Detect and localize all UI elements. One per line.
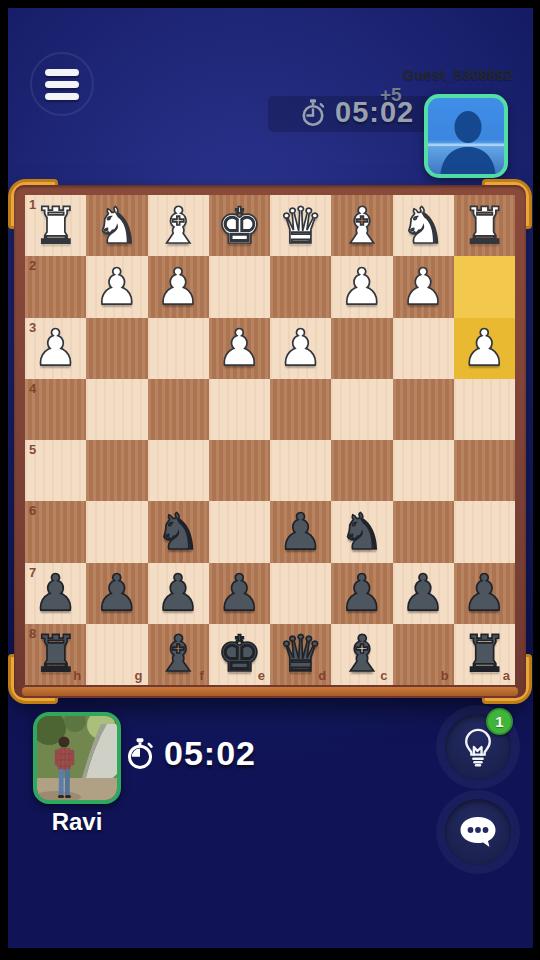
square-f4[interactable] [148, 379, 209, 440]
white-rook-a1: ♜ [454, 195, 515, 256]
white-bishop-f1: ♝ [148, 195, 209, 256]
opponent-name: Guest_5308892 [292, 66, 512, 83]
white-knight-b1: ♞ [393, 195, 454, 256]
square-h8[interactable]: 8h♜ [25, 624, 86, 685]
black-knight-c6: ♞ [331, 501, 392, 562]
square-d2[interactable] [270, 256, 331, 317]
square-h5[interactable]: 5 [25, 440, 86, 501]
square-h3[interactable]: 3♟ [25, 318, 86, 379]
file-label-f: f [199, 668, 203, 683]
person-silhouette-icon [428, 98, 508, 178]
file-label-c: c [380, 668, 387, 683]
rank-label-2: 2 [29, 258, 36, 273]
square-f3[interactable] [148, 318, 209, 379]
square-c7[interactable]: ♟ [331, 563, 392, 624]
file-label-e: e [258, 668, 265, 683]
square-d5[interactable] [270, 440, 331, 501]
square-e6[interactable] [209, 501, 270, 562]
square-b1[interactable]: ♞ [393, 195, 454, 256]
clock-increment: +5 [380, 84, 402, 106]
square-h7[interactable]: 7♟ [25, 563, 86, 624]
white-pawn-c2: ♟ [331, 256, 392, 317]
square-b2[interactable]: ♟ [393, 256, 454, 317]
file-label-b: b [441, 668, 449, 683]
square-d7[interactable] [270, 563, 331, 624]
square-b8[interactable]: b [393, 624, 454, 685]
square-b6[interactable] [393, 501, 454, 562]
game-screen: Guest_5308892 05:02 +5 [8, 8, 533, 948]
white-knight-g1: ♞ [86, 195, 147, 256]
square-e4[interactable] [209, 379, 270, 440]
square-c8[interactable]: c♝ [331, 624, 392, 685]
square-f2[interactable]: ♟ [148, 256, 209, 317]
player-photo [37, 716, 117, 800]
square-e2[interactable] [209, 256, 270, 317]
rank-label-5: 5 [29, 442, 36, 457]
white-king-e1: ♚ [209, 195, 270, 256]
square-e5[interactable] [209, 440, 270, 501]
opponent-clock-time: 05:02 [335, 96, 414, 129]
square-f1[interactable]: ♝ [148, 195, 209, 256]
black-pawn-b7: ♟ [393, 563, 454, 624]
phone-frame: Guest_5308892 05:02 +5 [0, 0, 540, 960]
square-e3[interactable]: ♟ [209, 318, 270, 379]
lightbulb-icon [461, 727, 495, 767]
square-a5[interactable] [454, 440, 515, 501]
square-d6[interactable]: ♟ [270, 501, 331, 562]
square-a6[interactable] [454, 501, 515, 562]
square-c3[interactable] [331, 318, 392, 379]
black-pawn-a7: ♟ [454, 563, 515, 624]
square-a1[interactable]: ♜ [454, 195, 515, 256]
white-pawn-d3: ♟ [270, 318, 331, 379]
rank-label-8: 8 [29, 626, 36, 641]
white-pawn-f2: ♟ [148, 256, 209, 317]
square-b3[interactable] [393, 318, 454, 379]
white-pawn-a3: ♟ [454, 318, 515, 379]
white-pawn-e3: ♟ [209, 318, 270, 379]
file-label-g: g [135, 668, 143, 683]
square-g8[interactable]: g [86, 624, 147, 685]
black-knight-f6: ♞ [148, 501, 209, 562]
square-d3[interactable]: ♟ [270, 318, 331, 379]
file-label-d: d [318, 668, 326, 683]
square-h4[interactable]: 4 [25, 379, 86, 440]
rank-label-1: 1 [29, 197, 36, 212]
chess-board[interactable]: 1♜♞♝♚♛♝♞♜2♟♟♟♟3♟♟♟♟456♞♟♞7♟♟♟♟♟♟♟8h♜gf♝e… [25, 195, 515, 685]
black-pawn-f7: ♟ [148, 563, 209, 624]
square-c5[interactable] [331, 440, 392, 501]
stopwatch-icon [300, 99, 326, 127]
player-avatar[interactable] [33, 712, 121, 804]
black-pawn-c7: ♟ [331, 563, 392, 624]
file-label-a: a [503, 668, 510, 683]
rank-label-7: 7 [29, 565, 36, 580]
square-d8[interactable]: d♛ [270, 624, 331, 685]
square-a2[interactable] [454, 256, 515, 317]
square-c4[interactable] [331, 379, 392, 440]
black-pawn-g7: ♟ [86, 563, 147, 624]
square-g6[interactable] [86, 501, 147, 562]
black-pawn-d6: ♟ [270, 501, 331, 562]
square-g7[interactable]: ♟ [86, 563, 147, 624]
player-clock: 05:02 [125, 734, 256, 773]
square-g3[interactable] [86, 318, 147, 379]
square-f6[interactable]: ♞ [148, 501, 209, 562]
square-g1[interactable]: ♞ [86, 195, 147, 256]
square-h1[interactable]: 1♜ [25, 195, 86, 256]
square-a7[interactable]: ♟ [454, 563, 515, 624]
square-h2[interactable]: 2 [25, 256, 86, 317]
white-queen-d1: ♛ [270, 195, 331, 256]
rank-label-3: 3 [29, 320, 36, 335]
white-bishop-c1: ♝ [331, 195, 392, 256]
square-h6[interactable]: 6 [25, 501, 86, 562]
square-d4[interactable] [270, 379, 331, 440]
white-pawn-b2: ♟ [393, 256, 454, 317]
square-g4[interactable] [86, 379, 147, 440]
square-g5[interactable] [86, 440, 147, 501]
player-name: Ravi [33, 808, 121, 836]
square-f7[interactable]: ♟ [148, 563, 209, 624]
square-f5[interactable] [148, 440, 209, 501]
chat-button[interactable] [445, 799, 511, 865]
player-clock-time: 05:02 [164, 734, 256, 773]
square-g2[interactable]: ♟ [86, 256, 147, 317]
square-d1[interactable]: ♛ [270, 195, 331, 256]
square-f8[interactable]: f♝ [148, 624, 209, 685]
opponent-avatar[interactable] [424, 94, 508, 178]
black-pawn-e7: ♟ [209, 563, 270, 624]
file-label-h: h [73, 668, 81, 683]
rank-label-6: 6 [29, 503, 36, 518]
square-b5[interactable] [393, 440, 454, 501]
menu-button[interactable] [30, 52, 94, 116]
square-a4[interactable] [454, 379, 515, 440]
square-e7[interactable]: ♟ [209, 563, 270, 624]
square-a8[interactable]: a♜ [454, 624, 515, 685]
rank-label-4: 4 [29, 381, 36, 396]
square-c6[interactable]: ♞ [331, 501, 392, 562]
square-e8[interactable]: e♚ [209, 624, 270, 685]
stopwatch-icon [125, 738, 155, 770]
frame-bottom-strip [22, 687, 518, 696]
square-b4[interactable] [393, 379, 454, 440]
chess-board-frame: 1♜♞♝♚♛♝♞♜2♟♟♟♟3♟♟♟♟456♞♟♞7♟♟♟♟♟♟♟8h♜gf♝e… [14, 185, 526, 698]
chat-bubble-icon [458, 814, 498, 850]
square-c2[interactable]: ♟ [331, 256, 392, 317]
square-a3[interactable]: ♟ [454, 318, 515, 379]
white-pawn-g2: ♟ [86, 256, 147, 317]
square-e1[interactable]: ♚ [209, 195, 270, 256]
hint-badge: 1 [486, 708, 513, 735]
square-b7[interactable]: ♟ [393, 563, 454, 624]
square-c1[interactable]: ♝ [331, 195, 392, 256]
